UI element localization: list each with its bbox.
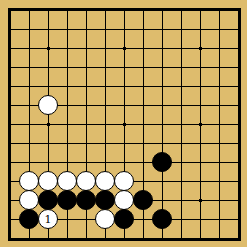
intersection <box>172 1 191 20</box>
intersection <box>172 39 191 58</box>
intersection <box>96 115 115 134</box>
intersection <box>229 96 248 115</box>
intersection <box>39 153 58 172</box>
intersection <box>1 39 20 58</box>
intersection <box>20 58 39 77</box>
intersection <box>153 1 172 20</box>
intersection <box>153 210 172 229</box>
star-point <box>199 47 202 50</box>
intersection <box>191 1 210 20</box>
intersection <box>96 39 115 58</box>
intersection <box>96 172 115 191</box>
intersection <box>229 58 248 77</box>
black-stone <box>114 209 134 229</box>
intersection <box>153 172 172 191</box>
intersection <box>20 77 39 96</box>
intersection <box>39 229 58 247</box>
intersection <box>191 115 210 134</box>
white-stone-move-1: 1 <box>38 209 58 229</box>
intersection <box>1 58 20 77</box>
intersection <box>115 172 134 191</box>
intersection <box>210 20 229 39</box>
intersection <box>115 96 134 115</box>
intersection <box>77 1 96 20</box>
intersection <box>77 172 96 191</box>
intersection <box>172 20 191 39</box>
intersection <box>229 153 248 172</box>
intersection <box>1 153 20 172</box>
intersection <box>96 134 115 153</box>
intersection <box>172 134 191 153</box>
intersection <box>39 39 58 58</box>
go-board: 1 <box>0 0 247 247</box>
intersection <box>172 58 191 77</box>
intersection <box>77 39 96 58</box>
intersection <box>20 39 39 58</box>
intersection <box>134 58 153 77</box>
intersection <box>229 191 248 210</box>
star-point <box>47 123 50 126</box>
intersection <box>210 191 229 210</box>
intersection <box>39 77 58 96</box>
intersection <box>58 96 77 115</box>
intersection <box>58 115 77 134</box>
intersection <box>229 210 248 229</box>
intersection <box>115 115 134 134</box>
intersection <box>115 210 134 229</box>
star-point <box>199 123 202 126</box>
intersection <box>210 134 229 153</box>
intersection <box>58 20 77 39</box>
white-stone <box>38 171 58 191</box>
star-point <box>123 47 126 50</box>
intersection <box>20 191 39 210</box>
intersection <box>77 115 96 134</box>
intersection <box>229 134 248 153</box>
white-stone <box>19 190 39 210</box>
intersection <box>172 153 191 172</box>
intersection <box>191 172 210 191</box>
intersection <box>191 20 210 39</box>
intersection <box>115 134 134 153</box>
intersection <box>58 229 77 247</box>
intersection <box>134 153 153 172</box>
intersection <box>96 210 115 229</box>
white-stone <box>95 171 115 191</box>
intersection <box>191 134 210 153</box>
intersection <box>172 96 191 115</box>
intersection <box>58 191 77 210</box>
black-stone <box>38 190 58 210</box>
intersection <box>1 210 20 229</box>
intersection <box>39 191 58 210</box>
intersection <box>191 39 210 58</box>
intersection <box>191 96 210 115</box>
intersection <box>210 115 229 134</box>
intersection <box>20 115 39 134</box>
intersection <box>58 39 77 58</box>
intersection <box>115 20 134 39</box>
intersection <box>39 58 58 77</box>
intersection <box>191 77 210 96</box>
intersection <box>1 229 20 247</box>
intersection <box>153 20 172 39</box>
intersection <box>134 20 153 39</box>
intersection <box>96 20 115 39</box>
intersection <box>134 210 153 229</box>
intersection <box>77 229 96 247</box>
intersection <box>20 210 39 229</box>
intersection <box>210 39 229 58</box>
white-stone <box>57 171 77 191</box>
intersection <box>96 77 115 96</box>
intersection <box>77 96 96 115</box>
intersection <box>134 229 153 247</box>
intersection <box>39 172 58 191</box>
intersection <box>134 134 153 153</box>
intersection <box>134 77 153 96</box>
black-stone <box>57 190 77 210</box>
intersection <box>96 96 115 115</box>
intersection <box>229 20 248 39</box>
intersection <box>77 20 96 39</box>
star-point <box>47 47 50 50</box>
intersection <box>210 172 229 191</box>
intersection <box>153 77 172 96</box>
intersection <box>58 210 77 229</box>
black-stone <box>76 190 96 210</box>
star-point <box>123 123 126 126</box>
intersection <box>153 134 172 153</box>
intersection <box>115 58 134 77</box>
intersection <box>191 210 210 229</box>
intersection <box>1 1 20 20</box>
intersection <box>172 115 191 134</box>
intersection <box>20 96 39 115</box>
intersection <box>58 153 77 172</box>
intersection <box>115 191 134 210</box>
intersection <box>191 191 210 210</box>
intersection <box>77 210 96 229</box>
go-board-grid: 1 <box>1 1 248 247</box>
intersection <box>58 77 77 96</box>
intersection <box>229 77 248 96</box>
intersection <box>1 77 20 96</box>
intersection <box>39 20 58 39</box>
black-stone <box>152 209 172 229</box>
intersection <box>172 172 191 191</box>
intersection <box>20 172 39 191</box>
intersection <box>210 1 229 20</box>
intersection <box>229 229 248 247</box>
intersection <box>191 58 210 77</box>
intersection <box>96 1 115 20</box>
intersection <box>20 134 39 153</box>
intersection <box>1 191 20 210</box>
intersection <box>1 20 20 39</box>
intersection <box>1 134 20 153</box>
white-stone <box>76 171 96 191</box>
black-stone <box>152 152 172 172</box>
intersection <box>153 58 172 77</box>
white-stone <box>38 95 58 115</box>
intersection <box>20 153 39 172</box>
intersection <box>191 229 210 247</box>
intersection <box>115 229 134 247</box>
intersection <box>210 210 229 229</box>
intersection <box>39 1 58 20</box>
intersection <box>229 1 248 20</box>
intersection <box>153 191 172 210</box>
intersection <box>39 134 58 153</box>
intersection <box>153 153 172 172</box>
intersection <box>58 134 77 153</box>
intersection <box>96 229 115 247</box>
intersection <box>1 115 20 134</box>
intersection <box>58 172 77 191</box>
intersection <box>20 20 39 39</box>
white-stone <box>19 171 39 191</box>
intersection <box>153 229 172 247</box>
intersection <box>229 39 248 58</box>
intersection <box>115 77 134 96</box>
intersection <box>153 96 172 115</box>
intersection <box>77 77 96 96</box>
intersection <box>115 153 134 172</box>
intersection <box>58 58 77 77</box>
white-stone <box>114 190 134 210</box>
intersection <box>96 191 115 210</box>
intersection <box>172 77 191 96</box>
intersection <box>77 134 96 153</box>
intersection <box>229 172 248 191</box>
intersection <box>58 1 77 20</box>
move-number-label: 1 <box>45 214 52 225</box>
intersection <box>210 153 229 172</box>
intersection <box>172 191 191 210</box>
intersection <box>134 96 153 115</box>
intersection <box>210 77 229 96</box>
intersection <box>229 115 248 134</box>
intersection <box>210 96 229 115</box>
intersection <box>115 1 134 20</box>
intersection <box>77 153 96 172</box>
intersection <box>96 153 115 172</box>
intersection <box>210 58 229 77</box>
intersection <box>115 39 134 58</box>
intersection <box>172 229 191 247</box>
intersection <box>39 96 58 115</box>
intersection <box>134 191 153 210</box>
intersection <box>172 210 191 229</box>
white-stone <box>95 209 115 229</box>
intersection <box>210 229 229 247</box>
intersection <box>20 1 39 20</box>
intersection <box>153 115 172 134</box>
intersection <box>191 153 210 172</box>
black-stone <box>19 209 39 229</box>
intersection: 1 <box>39 210 58 229</box>
intersection <box>39 115 58 134</box>
intersection <box>77 191 96 210</box>
black-stone <box>95 190 115 210</box>
intersection <box>134 1 153 20</box>
star-point <box>199 199 202 202</box>
intersection <box>77 58 96 77</box>
intersection <box>1 172 20 191</box>
intersection <box>96 58 115 77</box>
intersection <box>20 229 39 247</box>
intersection <box>134 172 153 191</box>
intersection <box>134 39 153 58</box>
intersection <box>1 96 20 115</box>
white-stone <box>114 171 134 191</box>
intersection <box>153 39 172 58</box>
intersection <box>134 115 153 134</box>
black-stone <box>133 190 153 210</box>
